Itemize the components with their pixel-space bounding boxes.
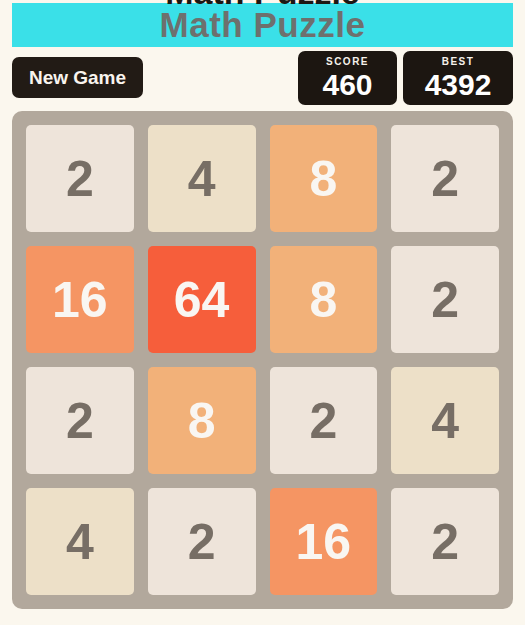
tile-r4c3-16: 16 <box>270 488 378 595</box>
score-box: SCORE 460 <box>298 51 397 105</box>
tile-r1c2-4: 4 <box>148 125 256 232</box>
tile-r2c4-2: 2 <box>391 246 499 353</box>
new-game-button[interactable]: New Game <box>12 57 143 98</box>
tile-r3c1-2: 2 <box>26 367 134 474</box>
tile-r3c4-4: 4 <box>391 367 499 474</box>
tile-r4c2-2: 2 <box>148 488 256 595</box>
best-box: BEST 4392 <box>403 51 513 105</box>
game-board[interactable]: 2482166482282442162 <box>12 111 513 609</box>
page-title: Math Puzzle <box>160 5 366 45</box>
tile-r4c4-2: 2 <box>391 488 499 595</box>
best-value: 4392 <box>425 69 492 101</box>
score-value: 460 <box>322 69 372 101</box>
best-label: BEST <box>442 55 475 69</box>
controls-row: New Game SCORE 460 BEST 4392 <box>12 51 513 105</box>
tile-r2c3-8: 8 <box>270 246 378 353</box>
title-bar: Math Puzzle <box>12 3 513 47</box>
tile-r1c4-2: 2 <box>391 125 499 232</box>
clipped-heading: Math Puzzle <box>0 0 525 4</box>
tile-r4c1-4: 4 <box>26 488 134 595</box>
tile-r3c3-2: 2 <box>270 367 378 474</box>
tile-r1c1-2: 2 <box>26 125 134 232</box>
tile-r2c2-64: 64 <box>148 246 256 353</box>
clipped-heading-text: Math Puzzle <box>0 0 525 4</box>
tile-r1c3-8: 8 <box>270 125 378 232</box>
score-label: SCORE <box>326 55 369 69</box>
tile-r3c2-8: 8 <box>148 367 256 474</box>
tile-r2c1-16: 16 <box>26 246 134 353</box>
